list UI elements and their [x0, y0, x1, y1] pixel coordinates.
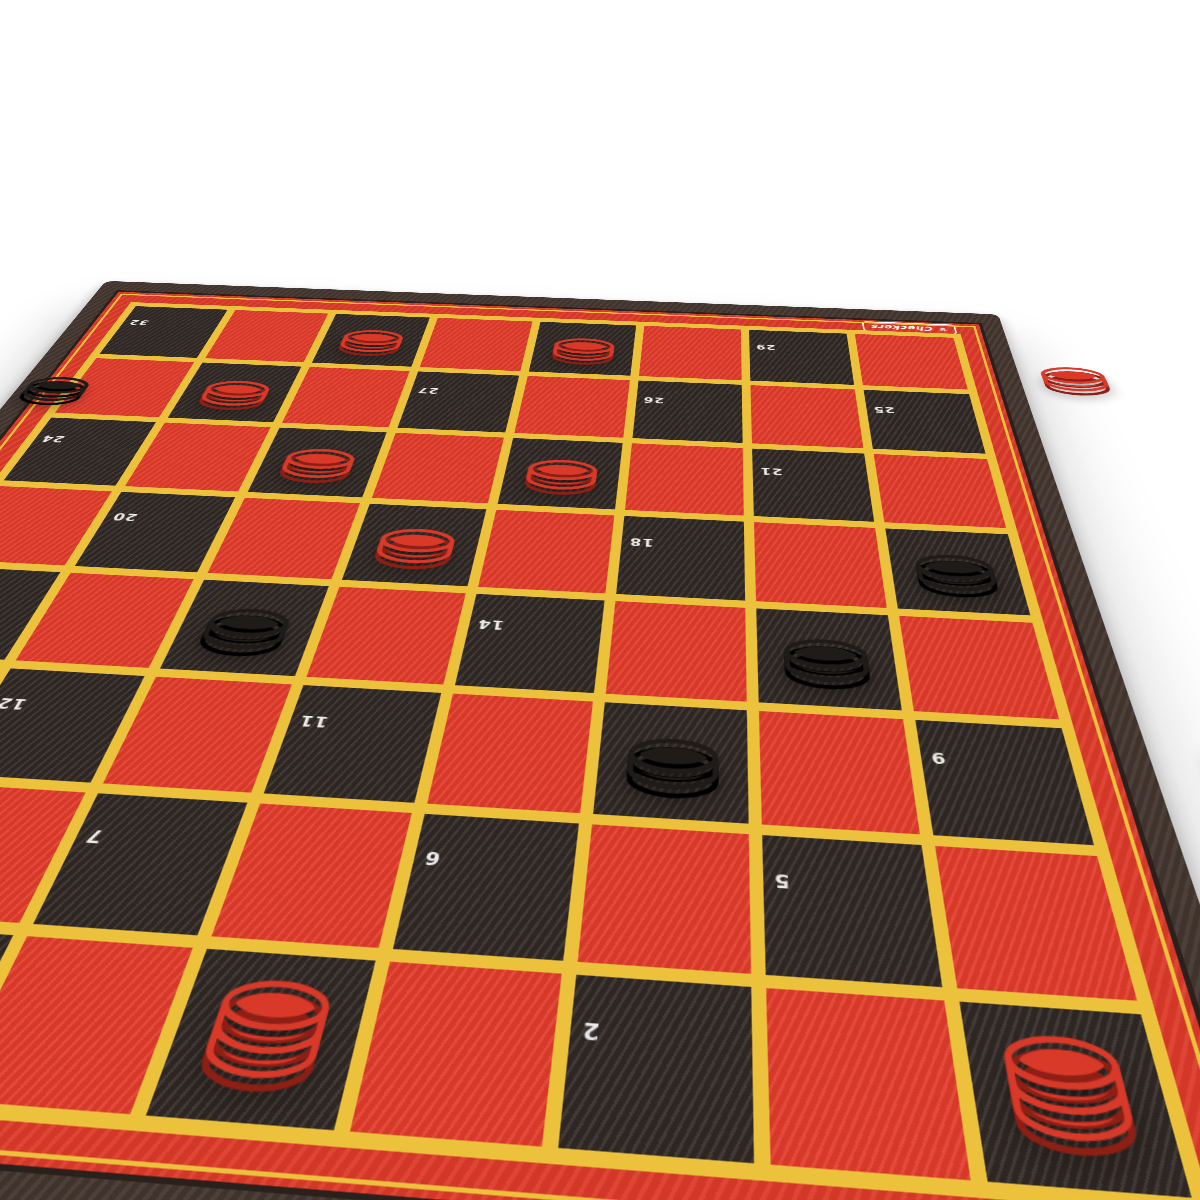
square-number-5: 5	[773, 869, 791, 892]
square-number-25: 25	[872, 405, 896, 415]
table-surface: ♛ Checkers 32⛂⛂29⛂27262524⛂⛂2120⛂18⛂16⛂1…	[0, 0, 1200, 1200]
square-13[interactable]: ⛂	[756, 608, 902, 710]
square-number-18: 18	[628, 535, 654, 548]
red-square-r6c5	[427, 694, 593, 814]
square-number-26: 26	[642, 395, 664, 405]
red-square-r3c6	[625, 443, 744, 515]
red-man-square-19[interactable]: ⛂	[366, 510, 466, 576]
red-square-r2c3	[282, 367, 410, 427]
red-man-square-23[interactable]: ⛂	[270, 433, 367, 488]
square-27[interactable]: 27	[398, 371, 520, 432]
board-border-band: ♛ Checkers 32⛂⛂29⛂27262524⛂⛂2120⛂18⛂16⛂1…	[0, 290, 1200, 1200]
square-number-14: 14	[476, 617, 506, 633]
square-1[interactable]: ⛃	[959, 1002, 1191, 1198]
square-number-29: 29	[755, 343, 776, 352]
square-number-20: 20	[110, 510, 141, 523]
red-man-square-22[interactable]: ⛂	[518, 443, 604, 500]
square-number-6: 6	[422, 847, 443, 869]
red-square-r2c5	[514, 376, 630, 438]
red-square-r4c7	[754, 522, 887, 608]
red-man-square-30[interactable]: ⛂	[547, 326, 621, 369]
red-square-r3c8	[874, 454, 1007, 528]
black-man-square-10[interactable]: ⛂	[619, 711, 723, 807]
square-number-27: 27	[416, 386, 440, 396]
crown-icon: ♛	[937, 326, 948, 332]
square-number-32: 32	[127, 318, 152, 326]
square-6[interactable]: 6	[393, 814, 579, 961]
square-22[interactable]: ⛂	[498, 438, 623, 509]
red-square-r3c4	[372, 433, 504, 504]
square-5[interactable]: 5	[762, 835, 942, 987]
square-25[interactable]: 25	[864, 390, 986, 454]
square-number-7: 7	[82, 825, 107, 846]
checkers-grid: 32⛂⛂29⛂27262524⛂⛂2120⛂18⛂16⛂14⛂1211⛂9⛂76…	[0, 302, 1200, 1200]
board-tilt-wrapper: ♛ Checkers 32⛂⛂29⛂27262524⛂⛂2120⛂18⛂16⛂1…	[0, 281, 1200, 1200]
checkers-mat: ♛ Checkers 32⛂⛂29⛂27262524⛂⛂2120⛂18⛂16⛂1…	[0, 281, 1200, 1200]
square-17[interactable]: ⛂	[885, 528, 1030, 615]
square-number-9: 9	[929, 748, 947, 767]
square-26[interactable]: 26	[632, 381, 742, 443]
square-number-12: 12	[0, 694, 30, 712]
red-square-r7c4	[211, 803, 411, 948]
red-square-r2c7	[750, 385, 863, 448]
red-man-offboard-right-upper[interactable]: ⛂	[1030, 354, 1118, 400]
square-number-24: 24	[39, 433, 68, 444]
red-square-r4c3	[207, 498, 359, 579]
square-30[interactable]: ⛂	[529, 322, 636, 376]
square-31[interactable]: ⛂	[312, 314, 430, 367]
square-2[interactable]: 2	[558, 975, 754, 1164]
black-man-square-13[interactable]: ⛂	[778, 616, 877, 697]
red-king-square-3[interactable]: ⛃	[184, 961, 345, 1105]
red-king-square-1[interactable]: ⛃	[991, 1015, 1152, 1170]
red-square-r1c4	[420, 318, 533, 371]
square-9[interactable]: 9	[915, 720, 1094, 845]
red-square-r1c6	[639, 326, 742, 380]
square-29[interactable]: 29	[749, 330, 854, 385]
square-19[interactable]: ⛂	[342, 504, 486, 587]
red-square-r7c8	[935, 846, 1137, 1001]
black-man-square-17[interactable]: ⛂	[906, 535, 1006, 604]
red-square-r4c5	[478, 510, 614, 594]
red-square-r5c6	[606, 601, 747, 702]
square-32[interactable]: 32	[100, 306, 228, 358]
square-11[interactable]: 11	[264, 685, 442, 803]
square-10[interactable]: ⛂	[593, 702, 749, 823]
red-square-r5c4	[306, 587, 465, 685]
square-23[interactable]: ⛂	[248, 428, 387, 498]
square-number-21: 21	[759, 466, 783, 478]
red-square-r1c2	[205, 310, 328, 362]
red-square-r8c5	[350, 962, 562, 1147]
red-man-square-28[interactable]: ⛂	[189, 367, 283, 414]
red-square-r6c7	[759, 711, 920, 834]
square-18[interactable]: 18	[616, 516, 745, 601]
red-man-square-31[interactable]: ⛂	[331, 318, 413, 360]
black-man-square-15[interactable]: ⛂	[187, 587, 306, 664]
red-square-r7c6	[578, 824, 751, 974]
red-square-r5c8	[899, 616, 1059, 720]
square-number-2: 2	[580, 1017, 601, 1045]
red-square-r1c8	[855, 334, 968, 390]
square-14[interactable]: 14	[455, 594, 605, 693]
square-number-11: 11	[296, 712, 331, 731]
square-21[interactable]: 21	[752, 449, 874, 522]
red-man-offboard-right-lower[interactable]: ⛂	[1179, 697, 1200, 826]
red-square-r8c7	[766, 988, 971, 1180]
